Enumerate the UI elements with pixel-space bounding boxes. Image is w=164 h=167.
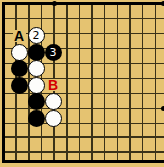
board-grid-line-h6 <box>5 78 164 80</box>
hoshi-dot <box>161 1 164 6</box>
board-grid-line-h8 <box>5 108 164 110</box>
black-stone-c3-r7 <box>28 93 45 110</box>
black-stone-c2-r5 <box>11 60 28 77</box>
black-stone-c4-r4: 3 <box>45 44 62 61</box>
black-stone-c3-r8 <box>28 110 45 127</box>
point-label-B[interactable]: B <box>47 79 60 91</box>
black-stone-c3-r4 <box>28 44 45 61</box>
white-stone-c3-r6 <box>28 77 45 94</box>
white-stone-c3-r5 <box>28 60 45 77</box>
board-left-edge <box>2 2 5 163</box>
hoshi-dot <box>52 1 57 6</box>
white-stone-c4-r8 <box>45 110 62 127</box>
black-stone-c2-r6 <box>11 77 28 94</box>
white-stone-c2-r4 <box>11 44 28 61</box>
board-grid-line-h2 <box>5 18 164 20</box>
board-grid-line-h10 <box>5 136 164 138</box>
board-top-edge <box>2 2 164 5</box>
white-stone-c3-r3: 2 <box>28 27 45 44</box>
point-label-A[interactable]: A <box>13 30 26 42</box>
board-grid-line-h7 <box>5 93 164 95</box>
hoshi-dot <box>161 106 164 111</box>
white-stone-c4-r7 <box>45 93 62 110</box>
go-diagram: 23AB <box>0 0 164 167</box>
board-grid-line-h11 <box>5 151 164 153</box>
go-board[interactable]: 23AB <box>0 0 164 167</box>
board-bottom-edge <box>2 160 164 163</box>
